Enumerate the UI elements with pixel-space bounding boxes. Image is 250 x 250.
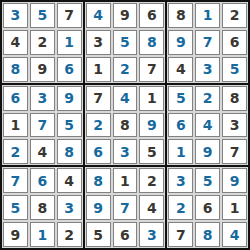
cell-r8c6[interactable]: 4	[139, 195, 164, 220]
cell-r5c1[interactable]: 1	[3, 113, 28, 138]
cell-r5c8[interactable]: 4	[195, 113, 220, 138]
cell-r5c4[interactable]: 2	[86, 113, 111, 138]
cell-r7c8[interactable]: 5	[195, 168, 220, 193]
cell-r4c1[interactable]: 6	[3, 86, 28, 111]
cell-r5c5[interactable]: 8	[113, 113, 138, 138]
box-2-0: 764583912	[2, 167, 83, 248]
cell-r1c4[interactable]: 4	[86, 3, 111, 28]
cell-r6c4[interactable]: 6	[86, 139, 111, 164]
cell-r9c3[interactable]: 2	[57, 222, 82, 247]
cell-r1c9[interactable]: 2	[222, 3, 247, 28]
cell-r8c9[interactable]: 1	[222, 195, 247, 220]
box-2-1: 812974563	[85, 167, 166, 248]
box-2-2: 359261784	[167, 167, 248, 248]
cell-r7c4[interactable]: 8	[86, 168, 111, 193]
cell-r1c3[interactable]: 7	[57, 3, 82, 28]
cell-r5c7[interactable]: 6	[168, 113, 193, 138]
cell-r7c1[interactable]: 7	[3, 168, 28, 193]
cell-r8c2[interactable]: 8	[30, 195, 55, 220]
cell-r3c2[interactable]: 9	[30, 57, 55, 82]
cell-r4c2[interactable]: 3	[30, 86, 55, 111]
cell-r6c3[interactable]: 8	[57, 139, 82, 164]
cell-r1c5[interactable]: 9	[113, 3, 138, 28]
cell-r8c1[interactable]: 5	[3, 195, 28, 220]
box-0-1: 496358127	[85, 2, 166, 83]
cell-r4c8[interactable]: 2	[195, 86, 220, 111]
cell-r1c7[interactable]: 8	[168, 3, 193, 28]
cell-r6c2[interactable]: 4	[30, 139, 55, 164]
box-0-2: 812976435	[167, 2, 248, 83]
cell-r1c2[interactable]: 5	[30, 3, 55, 28]
cell-r4c3[interactable]: 9	[57, 86, 82, 111]
cell-r5c2[interactable]: 7	[30, 113, 55, 138]
cell-r3c9[interactable]: 5	[222, 57, 247, 82]
cell-r6c5[interactable]: 3	[113, 139, 138, 164]
cell-r5c6[interactable]: 9	[139, 113, 164, 138]
cell-r1c8[interactable]: 1	[195, 3, 220, 28]
cell-r3c4[interactable]: 1	[86, 57, 111, 82]
cell-r2c2[interactable]: 2	[30, 30, 55, 55]
cell-r8c8[interactable]: 6	[195, 195, 220, 220]
cell-r3c7[interactable]: 4	[168, 57, 193, 82]
cell-r6c7[interactable]: 1	[168, 139, 193, 164]
cell-r3c8[interactable]: 3	[195, 57, 220, 82]
cell-r6c6[interactable]: 5	[139, 139, 164, 164]
cell-r7c6[interactable]: 2	[139, 168, 164, 193]
cell-r5c3[interactable]: 5	[57, 113, 82, 138]
cell-r6c8[interactable]: 9	[195, 139, 220, 164]
cell-r9c4[interactable]: 5	[86, 222, 111, 247]
cell-r9c9[interactable]: 4	[222, 222, 247, 247]
cell-r2c7[interactable]: 9	[168, 30, 193, 55]
box-1-2: 528643197	[167, 85, 248, 166]
cell-r2c9[interactable]: 6	[222, 30, 247, 55]
cell-r1c6[interactable]: 6	[139, 3, 164, 28]
cell-r8c4[interactable]: 9	[86, 195, 111, 220]
cell-r7c9[interactable]: 9	[222, 168, 247, 193]
sudoku-board: 3574218964963581278129764356391752487412…	[0, 0, 250, 250]
cell-r7c7[interactable]: 3	[168, 168, 193, 193]
cell-r2c1[interactable]: 4	[3, 30, 28, 55]
cell-r2c5[interactable]: 5	[113, 30, 138, 55]
box-1-0: 639175248	[2, 85, 83, 166]
cell-r2c4[interactable]: 3	[86, 30, 111, 55]
box-1-1: 741289635	[85, 85, 166, 166]
cell-r4c6[interactable]: 1	[139, 86, 164, 111]
cell-r7c3[interactable]: 4	[57, 168, 82, 193]
cell-r2c6[interactable]: 8	[139, 30, 164, 55]
cell-r7c2[interactable]: 6	[30, 168, 55, 193]
cell-r4c9[interactable]: 8	[222, 86, 247, 111]
cell-r9c7[interactable]: 7	[168, 222, 193, 247]
cell-r2c3[interactable]: 1	[57, 30, 82, 55]
cell-r8c3[interactable]: 3	[57, 195, 82, 220]
cell-r9c6[interactable]: 3	[139, 222, 164, 247]
cell-r3c6[interactable]: 7	[139, 57, 164, 82]
cell-r3c5[interactable]: 2	[113, 57, 138, 82]
cell-r9c5[interactable]: 6	[113, 222, 138, 247]
cell-r9c2[interactable]: 1	[30, 222, 55, 247]
cell-r5c9[interactable]: 3	[222, 113, 247, 138]
cell-r4c4[interactable]: 7	[86, 86, 111, 111]
cell-r2c8[interactable]: 7	[195, 30, 220, 55]
cell-r3c1[interactable]: 8	[3, 57, 28, 82]
cell-r9c8[interactable]: 8	[195, 222, 220, 247]
cell-r6c9[interactable]: 7	[222, 139, 247, 164]
cell-r9c1[interactable]: 9	[3, 222, 28, 247]
cell-r4c5[interactable]: 4	[113, 86, 138, 111]
cell-r4c7[interactable]: 5	[168, 86, 193, 111]
cell-r1c1[interactable]: 3	[3, 3, 28, 28]
cell-r8c5[interactable]: 7	[113, 195, 138, 220]
cell-r3c3[interactable]: 6	[57, 57, 82, 82]
cell-r7c5[interactable]: 1	[113, 168, 138, 193]
box-0-0: 357421896	[2, 2, 83, 83]
cell-r8c7[interactable]: 2	[168, 195, 193, 220]
cell-r6c1[interactable]: 2	[3, 139, 28, 164]
